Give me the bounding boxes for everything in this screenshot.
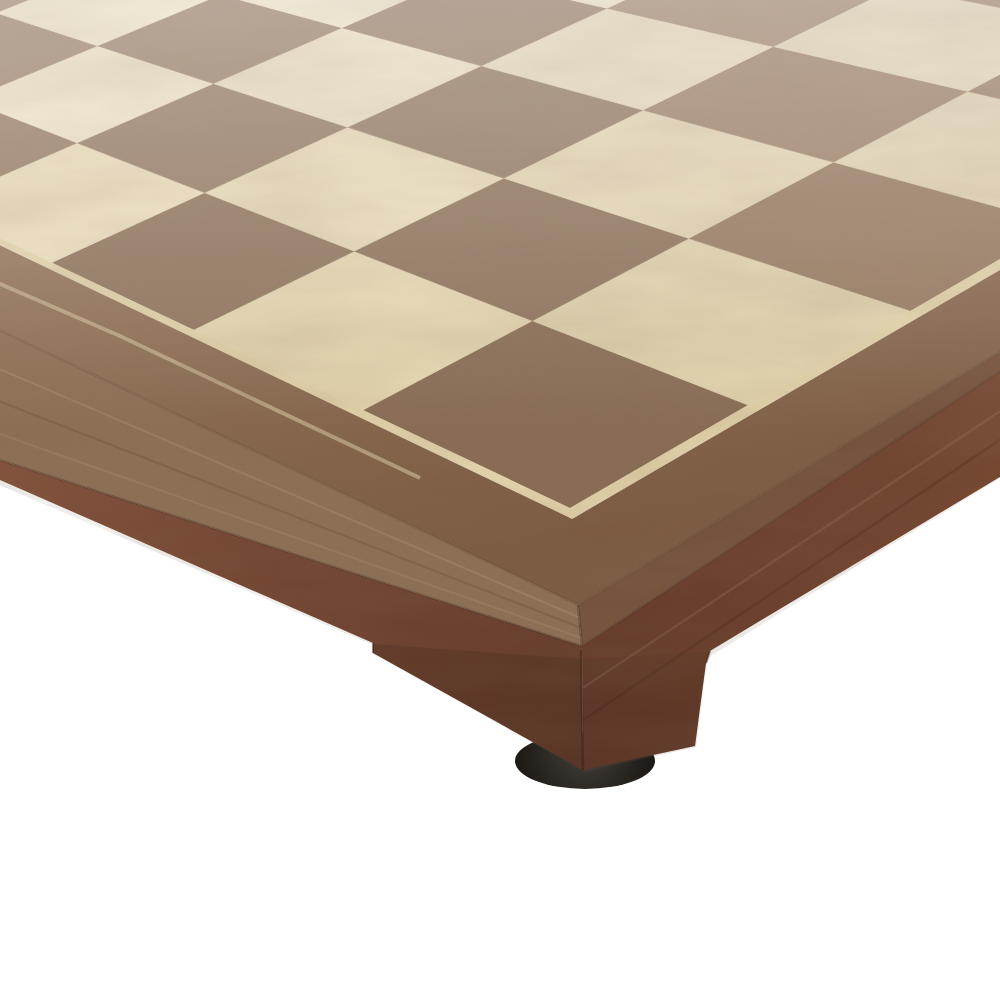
product-photo [0,0,1000,1000]
haze-overlay [0,0,1000,430]
chess-board [0,0,1000,1000]
